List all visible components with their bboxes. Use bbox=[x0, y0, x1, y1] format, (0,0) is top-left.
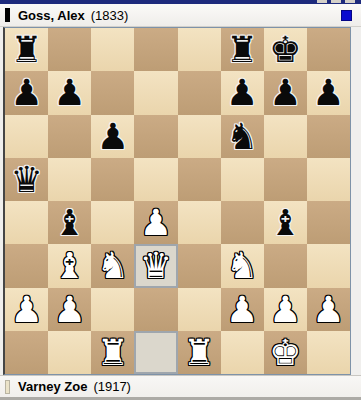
window-buttons bbox=[317, 0, 355, 3]
window-button-icon[interactable] bbox=[317, 0, 327, 3]
square-b8[interactable] bbox=[48, 28, 91, 71]
square-b6[interactable] bbox=[48, 115, 91, 158]
black-rook[interactable]: ♜ bbox=[226, 28, 258, 71]
black-pawn[interactable]: ♟ bbox=[226, 71, 258, 114]
white-bishop[interactable]: ♝ bbox=[54, 244, 86, 287]
square-f2[interactable]: ♟ bbox=[221, 288, 264, 331]
black-bishop[interactable]: ♝ bbox=[54, 201, 86, 244]
square-f4[interactable] bbox=[221, 201, 264, 244]
square-e6[interactable] bbox=[178, 115, 221, 158]
square-c7[interactable] bbox=[91, 71, 134, 114]
square-f1[interactable] bbox=[221, 331, 264, 374]
square-g7[interactable]: ♟ bbox=[264, 71, 307, 114]
square-b7[interactable]: ♟ bbox=[48, 71, 91, 114]
square-f8[interactable]: ♜ bbox=[221, 28, 264, 71]
black-king[interactable]: ♚ bbox=[269, 28, 301, 71]
board-area: ♜♜♚♟♟♟♟♟♟♞♛♝♟♝♝♞♛♞♟♟♟♟♟♜♜♚ bbox=[0, 27, 361, 375]
black-player-rating: (1833) bbox=[91, 8, 129, 23]
black-knight[interactable]: ♞ bbox=[226, 115, 258, 158]
square-e2[interactable] bbox=[178, 288, 221, 331]
black-rook[interactable]: ♜ bbox=[10, 28, 42, 71]
square-e4[interactable] bbox=[178, 201, 221, 244]
chess-board: ♜♜♚♟♟♟♟♟♟♞♛♝♟♝♝♞♛♞♟♟♟♟♟♜♜♚ bbox=[3, 27, 351, 375]
black-queen[interactable]: ♛ bbox=[10, 158, 42, 201]
black-pawn[interactable]: ♟ bbox=[54, 71, 86, 114]
square-g2[interactable]: ♟ bbox=[264, 288, 307, 331]
square-d4[interactable]: ♟ bbox=[134, 201, 177, 244]
square-a7[interactable]: ♟ bbox=[5, 71, 48, 114]
white-queen[interactable]: ♛ bbox=[140, 244, 172, 287]
black-pawn[interactable]: ♟ bbox=[97, 115, 129, 158]
square-f7[interactable]: ♟ bbox=[221, 71, 264, 114]
square-f5[interactable] bbox=[221, 158, 264, 201]
square-c2[interactable] bbox=[91, 288, 134, 331]
square-c6[interactable]: ♟ bbox=[91, 115, 134, 158]
white-side-indicator bbox=[5, 380, 10, 394]
window-title-strip bbox=[0, 0, 361, 4]
square-d5[interactable] bbox=[134, 158, 177, 201]
square-g3[interactable] bbox=[264, 244, 307, 287]
square-e8[interactable] bbox=[178, 28, 221, 71]
window-button-icon[interactable] bbox=[345, 0, 355, 3]
white-knight[interactable]: ♞ bbox=[226, 244, 258, 287]
square-e7[interactable] bbox=[178, 71, 221, 114]
square-a2[interactable]: ♟ bbox=[5, 288, 48, 331]
square-a6[interactable] bbox=[5, 115, 48, 158]
square-h8[interactable] bbox=[307, 28, 350, 71]
square-d3[interactable]: ♛ bbox=[134, 244, 177, 287]
square-b4[interactable]: ♝ bbox=[48, 201, 91, 244]
square-g8[interactable]: ♚ bbox=[264, 28, 307, 71]
square-g4[interactable]: ♝ bbox=[264, 201, 307, 244]
square-c3[interactable]: ♞ bbox=[91, 244, 134, 287]
square-c4[interactable] bbox=[91, 201, 134, 244]
black-pawn[interactable]: ♟ bbox=[10, 71, 42, 114]
square-a4[interactable] bbox=[5, 201, 48, 244]
white-pawn[interactable]: ♟ bbox=[54, 288, 86, 331]
square-e3[interactable] bbox=[178, 244, 221, 287]
square-e1[interactable]: ♜ bbox=[178, 331, 221, 374]
chess-app-window: Goss, Alex (1833) ♜♜♚♟♟♟♟♟♟♞♛♝♟♝♝♞♛♞♟♟♟♟… bbox=[0, 0, 361, 400]
square-b1[interactable] bbox=[48, 331, 91, 374]
white-player-rating: (1917) bbox=[93, 379, 131, 394]
square-g5[interactable] bbox=[264, 158, 307, 201]
square-g1[interactable]: ♚ bbox=[264, 331, 307, 374]
square-h5[interactable] bbox=[307, 158, 350, 201]
white-pawn[interactable]: ♟ bbox=[312, 288, 344, 331]
white-pawn[interactable]: ♟ bbox=[269, 288, 301, 331]
square-d6[interactable] bbox=[134, 115, 177, 158]
square-c5[interactable] bbox=[91, 158, 134, 201]
square-h7[interactable]: ♟ bbox=[307, 71, 350, 114]
black-pawn[interactable]: ♟ bbox=[312, 71, 344, 114]
black-pawn[interactable]: ♟ bbox=[269, 71, 301, 114]
square-f6[interactable]: ♞ bbox=[221, 115, 264, 158]
black-bishop[interactable]: ♝ bbox=[269, 201, 301, 244]
square-c1[interactable]: ♜ bbox=[91, 331, 134, 374]
square-a8[interactable]: ♜ bbox=[5, 28, 48, 71]
white-pawn[interactable]: ♟ bbox=[226, 288, 258, 331]
square-a3[interactable] bbox=[5, 244, 48, 287]
white-rook[interactable]: ♜ bbox=[183, 331, 215, 374]
white-king[interactable]: ♚ bbox=[269, 331, 301, 374]
square-d7[interactable] bbox=[134, 71, 177, 114]
bottom-player-bar: Varney Zoe (1917) bbox=[0, 375, 361, 400]
square-h3[interactable] bbox=[307, 244, 350, 287]
square-h4[interactable] bbox=[307, 201, 350, 244]
white-pawn[interactable]: ♟ bbox=[140, 201, 172, 244]
white-pawn[interactable]: ♟ bbox=[10, 288, 42, 331]
square-c8[interactable] bbox=[91, 28, 134, 71]
white-player-name: Varney Zoe bbox=[18, 379, 87, 394]
top-player-bar: Goss, Alex (1833) bbox=[0, 4, 361, 27]
white-knight[interactable]: ♞ bbox=[97, 244, 129, 287]
square-b2[interactable]: ♟ bbox=[48, 288, 91, 331]
square-d1[interactable] bbox=[134, 331, 177, 374]
window-button-icon[interactable] bbox=[331, 0, 341, 3]
turn-indicator bbox=[341, 10, 352, 21]
square-a1[interactable] bbox=[5, 331, 48, 374]
square-f3[interactable]: ♞ bbox=[221, 244, 264, 287]
square-h2[interactable]: ♟ bbox=[307, 288, 350, 331]
square-h6[interactable] bbox=[307, 115, 350, 158]
square-h1[interactable] bbox=[307, 331, 350, 374]
square-d2[interactable] bbox=[134, 288, 177, 331]
black-player-name: Goss, Alex bbox=[18, 8, 85, 23]
square-b3[interactable]: ♝ bbox=[48, 244, 91, 287]
square-a5[interactable]: ♛ bbox=[5, 158, 48, 201]
square-e5[interactable] bbox=[178, 158, 221, 201]
square-b5[interactable] bbox=[48, 158, 91, 201]
white-rook[interactable]: ♜ bbox=[97, 331, 129, 374]
square-g6[interactable] bbox=[264, 115, 307, 158]
square-d8[interactable] bbox=[134, 28, 177, 71]
black-side-indicator bbox=[5, 8, 10, 22]
